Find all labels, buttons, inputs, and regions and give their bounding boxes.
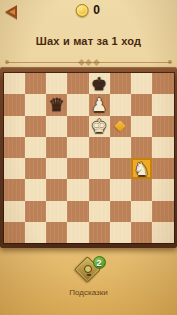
square-c3[interactable]: [46, 179, 67, 200]
square-h6[interactable]: [152, 116, 173, 137]
square-g8[interactable]: [131, 73, 152, 94]
square-g5[interactable]: [131, 137, 152, 158]
piece-white-king[interactable]: ♚: [91, 117, 107, 135]
square-b3[interactable]: [25, 179, 46, 200]
hint-count-badge: 2: [93, 256, 106, 269]
square-a4[interactable]: [4, 158, 25, 179]
square-f1[interactable]: [110, 222, 131, 243]
square-a6[interactable]: [4, 116, 25, 137]
piece-white-pawn[interactable]: ♟: [91, 96, 107, 114]
square-f7[interactable]: [110, 94, 131, 115]
square-c5[interactable]: [46, 137, 67, 158]
piece-black-queen[interactable]: ♛: [49, 96, 65, 114]
square-a5[interactable]: [4, 137, 25, 158]
coin-count: 0: [93, 4, 100, 17]
square-e3[interactable]: [89, 179, 110, 200]
square-a3[interactable]: [4, 179, 25, 200]
square-f8[interactable]: [110, 73, 131, 94]
square-b4[interactable]: [25, 158, 46, 179]
square-e8[interactable]: ♚: [89, 73, 110, 94]
square-b1[interactable]: [25, 222, 46, 243]
square-c4[interactable]: [46, 158, 67, 179]
square-d2[interactable]: [67, 201, 88, 222]
square-h5[interactable]: [152, 137, 173, 158]
square-b7[interactable]: [25, 94, 46, 115]
square-h1[interactable]: [152, 222, 173, 243]
square-b2[interactable]: [25, 201, 46, 222]
ornament-divider: [6, 59, 171, 65]
square-c7[interactable]: ♛: [46, 94, 67, 115]
square-h7[interactable]: [152, 94, 173, 115]
square-c6[interactable]: [46, 116, 67, 137]
square-e1[interactable]: [89, 222, 110, 243]
square-d7[interactable]: [67, 94, 88, 115]
piece-white-knight[interactable]: ♞: [134, 160, 150, 178]
square-d5[interactable]: [67, 137, 88, 158]
square-a7[interactable]: [4, 94, 25, 115]
square-c8[interactable]: [46, 73, 67, 94]
square-h4[interactable]: [152, 158, 173, 179]
square-g7[interactable]: [131, 94, 152, 115]
square-c1[interactable]: [46, 222, 67, 243]
puzzle-screen: 0 Шах и мат за 1 ход ♚♛♟♚♞ 2 Подсказки: [0, 0, 177, 315]
chess-board-frame: ♚♛♟♚♞: [0, 67, 177, 248]
square-a2[interactable]: [4, 201, 25, 222]
hints-button[interactable]: 2 Подсказки: [0, 255, 177, 297]
piece-black-king[interactable]: ♚: [91, 75, 107, 93]
square-g2[interactable]: [131, 201, 152, 222]
square-e7[interactable]: ♟: [89, 94, 110, 115]
square-d4[interactable]: [67, 158, 88, 179]
square-g4[interactable]: ♞: [131, 158, 152, 179]
hint-icon: 2: [72, 255, 106, 285]
square-h3[interactable]: [152, 179, 173, 200]
square-c2[interactable]: [46, 201, 67, 222]
square-b6[interactable]: [25, 116, 46, 137]
square-a8[interactable]: [4, 73, 25, 94]
coin-icon: [75, 4, 88, 17]
square-e5[interactable]: [89, 137, 110, 158]
square-f3[interactable]: [110, 179, 131, 200]
square-h8[interactable]: [152, 73, 173, 94]
square-e2[interactable]: [89, 201, 110, 222]
square-a1[interactable]: [4, 222, 25, 243]
square-d3[interactable]: [67, 179, 88, 200]
lightbulb-icon: [84, 265, 92, 273]
square-g6[interactable]: [131, 116, 152, 137]
square-b8[interactable]: [25, 73, 46, 94]
board-grid: ♚♛♟♚♞: [4, 73, 174, 243]
square-d8[interactable]: [67, 73, 88, 94]
square-d1[interactable]: [67, 222, 88, 243]
square-b5[interactable]: [25, 137, 46, 158]
square-h2[interactable]: [152, 201, 173, 222]
move-hint-marker[interactable]: [115, 120, 126, 131]
square-f2[interactable]: [110, 201, 131, 222]
square-g3[interactable]: [131, 179, 152, 200]
hints-label: Подсказки: [69, 288, 107, 297]
square-e4[interactable]: [89, 158, 110, 179]
square-g1[interactable]: [131, 222, 152, 243]
puzzle-title: Шах и мат за 1 ход: [0, 35, 177, 47]
square-f4[interactable]: [110, 158, 131, 179]
coin-counter[interactable]: 0: [75, 4, 100, 17]
square-f6[interactable]: [110, 116, 131, 137]
top-bar: 0: [0, 0, 177, 26]
square-d6[interactable]: [67, 116, 88, 137]
back-button[interactable]: [4, 4, 20, 20]
square-f5[interactable]: [110, 137, 131, 158]
square-e6[interactable]: ♚: [89, 116, 110, 137]
